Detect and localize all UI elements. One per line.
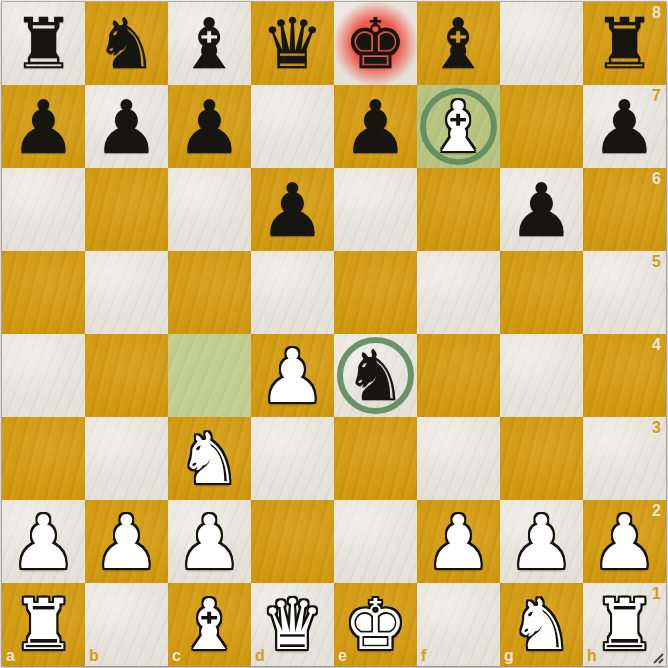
square-c1[interactable]: ♝c: [168, 583, 251, 666]
piece-white-pawn[interactable]: ♟: [251, 334, 334, 417]
square-h3[interactable]: 3: [583, 417, 666, 500]
square-f6[interactable]: [417, 168, 500, 251]
square-c7[interactable]: ♟: [168, 85, 251, 168]
square-f2[interactable]: ♟: [417, 500, 500, 583]
piece-black-pawn[interactable]: ♟: [168, 85, 251, 168]
piece-black-rook[interactable]: ♜: [2, 2, 85, 85]
square-c5[interactable]: [168, 251, 251, 334]
square-b5[interactable]: [85, 251, 168, 334]
square-a3[interactable]: [2, 417, 85, 500]
square-c2[interactable]: ♟: [168, 500, 251, 583]
piece-black-pawn[interactable]: ♟: [85, 85, 168, 168]
square-g2[interactable]: ♟: [500, 500, 583, 583]
square-f4[interactable]: [417, 334, 500, 417]
square-b2[interactable]: ♟: [85, 500, 168, 583]
rank-label-6: 6: [652, 170, 661, 188]
square-h6[interactable]: 6: [583, 168, 666, 251]
square-f8[interactable]: ♝: [417, 2, 500, 85]
piece-white-pawn[interactable]: ♟: [583, 500, 666, 583]
square-e8[interactable]: ♚: [334, 2, 417, 85]
rank-label-3: 3: [652, 419, 661, 437]
square-e4[interactable]: ♞: [334, 334, 417, 417]
piece-white-king[interactable]: ♚: [334, 583, 417, 666]
rank-label-4: 4: [652, 336, 661, 354]
piece-black-pawn[interactable]: ♟: [334, 85, 417, 168]
square-e2[interactable]: [334, 500, 417, 583]
square-a8[interactable]: ♜: [2, 2, 85, 85]
square-d1[interactable]: ♛d: [251, 583, 334, 666]
piece-white-pawn[interactable]: ♟: [417, 500, 500, 583]
piece-white-knight[interactable]: ♞: [500, 583, 583, 666]
square-b8[interactable]: ♞: [85, 2, 168, 85]
piece-black-pawn[interactable]: ♟: [500, 168, 583, 251]
square-e7[interactable]: ♟: [334, 85, 417, 168]
square-d5[interactable]: [251, 251, 334, 334]
square-h7[interactable]: ♟7: [583, 85, 666, 168]
piece-black-bishop[interactable]: ♝: [168, 2, 251, 85]
square-e1[interactable]: ♚e: [334, 583, 417, 666]
square-c6[interactable]: [168, 168, 251, 251]
square-b3[interactable]: [85, 417, 168, 500]
square-f5[interactable]: [417, 251, 500, 334]
piece-black-queen[interactable]: ♛: [251, 2, 334, 85]
square-d6[interactable]: ♟: [251, 168, 334, 251]
file-label-b: b: [89, 647, 99, 665]
piece-white-pawn[interactable]: ♟: [85, 500, 168, 583]
piece-black-pawn[interactable]: ♟: [251, 168, 334, 251]
piece-white-bishop[interactable]: ♝: [168, 583, 251, 666]
square-f1[interactable]: f: [417, 583, 500, 666]
square-e3[interactable]: [334, 417, 417, 500]
piece-black-rook[interactable]: ♜: [583, 2, 666, 85]
square-d3[interactable]: [251, 417, 334, 500]
square-h8[interactable]: ♜8: [583, 2, 666, 85]
piece-white-pawn[interactable]: ♟: [168, 500, 251, 583]
piece-black-king[interactable]: ♚: [334, 2, 417, 85]
square-a2[interactable]: ♟: [2, 500, 85, 583]
square-f3[interactable]: [417, 417, 500, 500]
square-f7[interactable]: ♝: [417, 85, 500, 168]
piece-white-pawn[interactable]: ♟: [2, 500, 85, 583]
square-g1[interactable]: ♞g: [500, 583, 583, 666]
square-h5[interactable]: 5: [583, 251, 666, 334]
square-b1[interactable]: b: [85, 583, 168, 666]
square-a7[interactable]: ♟: [2, 85, 85, 168]
square-d2[interactable]: [251, 500, 334, 583]
square-a6[interactable]: [2, 168, 85, 251]
square-g8[interactable]: [500, 2, 583, 85]
square-d4[interactable]: ♟: [251, 334, 334, 417]
piece-white-queen[interactable]: ♛: [251, 583, 334, 666]
piece-black-knight[interactable]: ♞: [334, 334, 417, 417]
square-c3[interactable]: ♞: [168, 417, 251, 500]
piece-white-bishop[interactable]: ♝: [417, 85, 500, 168]
piece-black-bishop[interactable]: ♝: [417, 2, 500, 85]
square-g7[interactable]: [500, 85, 583, 168]
piece-white-rook[interactable]: ♜: [2, 583, 85, 666]
piece-black-knight[interactable]: ♞: [85, 2, 168, 85]
chess-board: ♜♞♝♛♚♝♜8♟♟♟♟♝♟7♟♟65♟♞4♞3♟♟♟♟♟♟2♜ab♝c♛d♚e…: [2, 2, 666, 666]
square-b6[interactable]: [85, 168, 168, 251]
square-c4[interactable]: [168, 334, 251, 417]
square-h2[interactable]: ♟2: [583, 500, 666, 583]
piece-white-knight[interactable]: ♞: [168, 417, 251, 500]
piece-black-pawn[interactable]: ♟: [583, 85, 666, 168]
square-e6[interactable]: [334, 168, 417, 251]
square-g5[interactable]: [500, 251, 583, 334]
square-h4[interactable]: 4: [583, 334, 666, 417]
square-g4[interactable]: [500, 334, 583, 417]
square-b7[interactable]: ♟: [85, 85, 168, 168]
square-d7[interactable]: [251, 85, 334, 168]
square-g6[interactable]: ♟: [500, 168, 583, 251]
rank-label-5: 5: [652, 253, 661, 271]
square-d8[interactable]: ♛: [251, 2, 334, 85]
square-h1[interactable]: ♜h1: [583, 583, 666, 666]
piece-white-pawn[interactable]: ♟: [500, 500, 583, 583]
piece-black-pawn[interactable]: ♟: [2, 85, 85, 168]
square-b4[interactable]: [85, 334, 168, 417]
square-a1[interactable]: ♜a: [2, 583, 85, 666]
square-e5[interactable]: [334, 251, 417, 334]
square-a4[interactable]: [2, 334, 85, 417]
square-c8[interactable]: ♝: [168, 2, 251, 85]
file-label-f: f: [421, 647, 426, 665]
square-g3[interactable]: [500, 417, 583, 500]
resize-grip-icon[interactable]: [648, 648, 664, 664]
square-a5[interactable]: [2, 251, 85, 334]
